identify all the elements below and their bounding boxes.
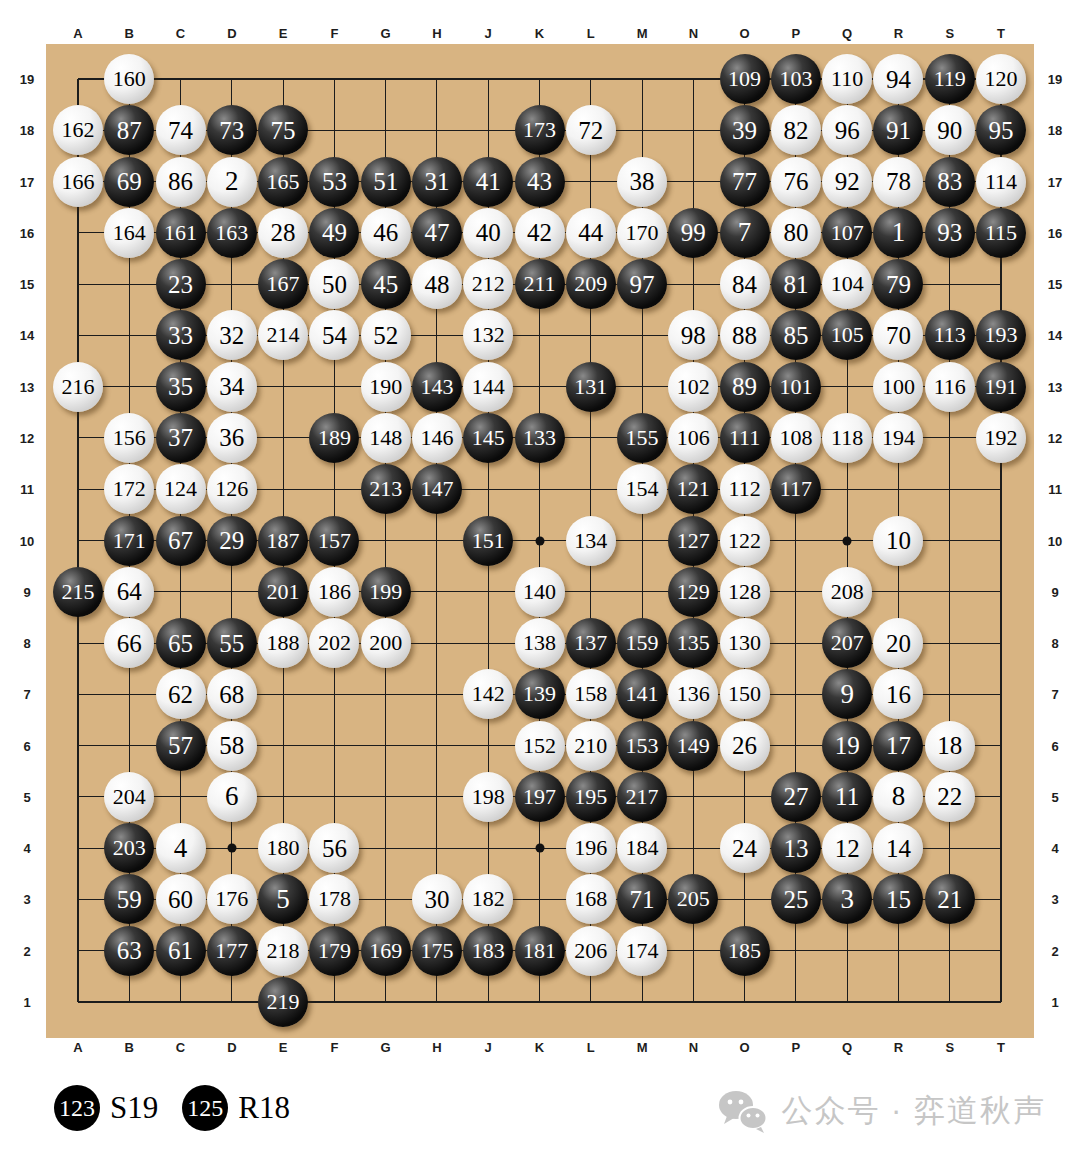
stone-white-54-F14: 54 [309, 310, 359, 360]
stone-black-101-P13: 101 [771, 362, 821, 412]
watermark: 公众号 · 弈道秋声 [717, 1089, 1046, 1133]
coord-row-3: 3 [1051, 892, 1058, 907]
stone-black-209-L15: 209 [566, 259, 616, 309]
stone-black-71-M3: 71 [617, 874, 667, 924]
coord-row-8: 8 [1051, 636, 1058, 651]
stone-white-20-R8: 20 [873, 618, 923, 668]
coord-col-N: N [689, 26, 698, 41]
coord-row-9: 9 [1051, 584, 1058, 599]
stone-white-114-T17: 114 [976, 157, 1026, 207]
stone-black-109-O19: 109 [720, 54, 770, 104]
stone-white-84-O15: 84 [720, 259, 770, 309]
star-point [843, 536, 852, 545]
stone-white-126-D11: 126 [207, 464, 257, 514]
stone-black-73-D18: 73 [207, 105, 257, 155]
coord-col-G: G [381, 1040, 391, 1055]
coord-col-M: M [637, 1040, 648, 1055]
stone-black-205-N3: 205 [668, 874, 718, 924]
go-board: 1601091031109411912016287747375173723982… [46, 44, 1034, 1038]
coord-col-T: T [997, 1040, 1005, 1055]
stone-black-49-F16: 49 [309, 208, 359, 258]
stone-black-157-F10: 157 [309, 516, 359, 566]
stone-white-218-E2: 218 [258, 926, 308, 976]
kifu-diagram: 1601091031109411912016287747375173723982… [0, 0, 1080, 1156]
stone-black-57-C6: 57 [156, 721, 206, 771]
stone-black-25-P3: 25 [771, 874, 821, 924]
stone-white-50-F15: 50 [309, 259, 359, 309]
stone-white-138-K8: 138 [515, 618, 565, 668]
coord-row-1: 1 [23, 995, 30, 1010]
stone-black-53-F17: 53 [309, 157, 359, 207]
stone-white-210-L6: 210 [566, 721, 616, 771]
stone-white-156-B12: 156 [104, 413, 154, 463]
stone-white-142-J7: 142 [463, 669, 513, 719]
stone-black-213-G11: 213 [361, 464, 411, 514]
stone-black-85-P14: 85 [771, 310, 821, 360]
coord-row-7: 7 [1051, 687, 1058, 702]
stone-black-21-S3: 21 [925, 874, 975, 924]
coord-row-14: 14 [20, 328, 34, 343]
stone-black-67-C10: 67 [156, 516, 206, 566]
stone-black-17-R6: 17 [873, 721, 923, 771]
stone-black-9-Q7: 9 [822, 669, 872, 719]
stone-white-116-S13: 116 [925, 362, 975, 412]
stone-black-191-T13: 191 [976, 362, 1026, 412]
stone-black-153-M6: 153 [617, 721, 667, 771]
coord-row-1: 1 [1051, 995, 1058, 1010]
coord-row-19: 19 [20, 72, 34, 87]
coord-col-E: E [279, 1040, 288, 1055]
stone-black-1-R16: 1 [873, 208, 923, 258]
stone-white-148-G12: 148 [361, 413, 411, 463]
stone-black-121-N11: 121 [668, 464, 718, 514]
stone-white-170-M16: 170 [617, 208, 667, 258]
stone-white-42-K16: 42 [515, 208, 565, 258]
stone-black-163-D16: 163 [207, 208, 257, 258]
stone-black-131-L13: 131 [566, 362, 616, 412]
caption-point-125: R18 [238, 1090, 290, 1126]
stone-black-63-B2: 63 [104, 926, 154, 976]
stone-white-194-R12: 194 [873, 413, 923, 463]
caption-stone-125: 125 [182, 1085, 228, 1131]
stone-white-118-Q12: 118 [822, 413, 872, 463]
stone-white-64-B9: 64 [104, 567, 154, 617]
stone-black-41-J17: 41 [463, 157, 513, 207]
stone-white-196-L4: 196 [566, 823, 616, 873]
stone-white-214-E14: 214 [258, 310, 308, 360]
stone-black-3-Q3: 3 [822, 874, 872, 924]
stone-black-51-G17: 51 [361, 157, 411, 207]
stone-black-81-P15: 81 [771, 259, 821, 309]
coord-row-15: 15 [1048, 277, 1062, 292]
coord-col-D: D [227, 26, 236, 41]
stone-black-117-P11: 117 [771, 464, 821, 514]
stone-white-98-N14: 98 [668, 310, 718, 360]
coord-col-P: P [792, 26, 801, 41]
coord-row-14: 14 [1048, 328, 1062, 343]
stone-black-159-M8: 159 [617, 618, 667, 668]
stone-white-188-E8: 188 [258, 618, 308, 668]
coord-col-N: N [689, 1040, 698, 1055]
stone-white-152-K6: 152 [515, 721, 565, 771]
stone-white-2-D17: 2 [207, 157, 257, 207]
stone-white-182-J3: 182 [463, 874, 513, 924]
stone-black-149-N6: 149 [668, 721, 718, 771]
coord-col-S: S [945, 1040, 954, 1055]
stone-black-31-H17: 31 [412, 157, 462, 207]
stone-white-132-J14: 132 [463, 310, 513, 360]
stone-white-184-M4: 184 [617, 823, 667, 873]
coord-col-C: C [176, 1040, 185, 1055]
coord-row-18: 18 [1048, 123, 1062, 138]
stone-black-215-A9: 215 [53, 567, 103, 617]
stone-white-70-R14: 70 [873, 310, 923, 360]
stone-black-187-E10: 187 [258, 516, 308, 566]
stone-white-180-E4: 180 [258, 823, 308, 873]
stone-white-40-J16: 40 [463, 208, 513, 258]
stone-white-26-O6: 26 [720, 721, 770, 771]
stone-white-74-C18: 74 [156, 105, 206, 155]
stone-white-22-S5: 22 [925, 772, 975, 822]
coord-col-E: E [279, 26, 288, 41]
stone-black-89-O13: 89 [720, 362, 770, 412]
coord-row-12: 12 [1048, 430, 1062, 445]
stone-white-44-L16: 44 [566, 208, 616, 258]
stone-white-56-F4: 56 [309, 823, 359, 873]
coord-col-K: K [535, 26, 544, 41]
stone-white-80-P16: 80 [771, 208, 821, 258]
stone-white-104-Q15: 104 [822, 259, 872, 309]
stone-white-96-Q18: 96 [822, 105, 872, 155]
stone-black-93-S16: 93 [925, 208, 975, 258]
stone-white-120-T19: 120 [976, 54, 1026, 104]
stone-black-87-B18: 87 [104, 105, 154, 155]
stone-white-136-N7: 136 [668, 669, 718, 719]
stone-black-203-B4: 203 [104, 823, 154, 873]
stone-black-185-O2: 185 [720, 926, 770, 976]
stone-white-216-A13: 216 [53, 362, 103, 412]
coord-row-17: 17 [20, 174, 34, 189]
stone-white-62-C7: 62 [156, 669, 206, 719]
star-point [535, 536, 544, 545]
coord-col-B: B [125, 1040, 134, 1055]
stone-white-212-J15: 212 [463, 259, 513, 309]
stone-black-171-B10: 171 [104, 516, 154, 566]
stone-white-90-S18: 90 [925, 105, 975, 155]
stone-black-83-S17: 83 [925, 157, 975, 207]
coord-col-O: O [740, 26, 750, 41]
coord-row-8: 8 [23, 636, 30, 651]
stone-white-12-Q4: 12 [822, 823, 872, 873]
caption-point-123: S19 [110, 1090, 158, 1126]
coord-col-L: L [587, 26, 595, 41]
coord-col-K: K [535, 1040, 544, 1055]
coord-row-6: 6 [1051, 738, 1058, 753]
stone-white-168-L3: 168 [566, 874, 616, 924]
wechat-icon [717, 1089, 769, 1133]
stone-black-105-Q14: 105 [822, 310, 872, 360]
grid-line-h [78, 1001, 1001, 1003]
stone-black-55-D8: 55 [207, 618, 257, 668]
stone-white-4-C4: 4 [156, 823, 206, 873]
stone-black-77-O17: 77 [720, 157, 770, 207]
stone-white-6-D5: 6 [207, 772, 257, 822]
stone-black-119-S19: 119 [925, 54, 975, 104]
stone-white-174-M2: 174 [617, 926, 667, 976]
stone-black-173-K18: 173 [515, 105, 565, 155]
stone-white-38-M17: 38 [617, 157, 667, 207]
stone-white-94-R19: 94 [873, 54, 923, 104]
stone-white-14-R4: 14 [873, 823, 923, 873]
stone-white-128-O9: 128 [720, 567, 770, 617]
caption-stone-123: 123 [54, 1085, 100, 1131]
stone-white-160-B19: 160 [104, 54, 154, 104]
stone-white-18-S6: 18 [925, 721, 975, 771]
stone-black-95-T18: 95 [976, 105, 1026, 155]
stone-white-34-D13: 34 [207, 362, 257, 412]
watermark-text: 公众号 · 弈道秋声 [781, 1090, 1046, 1132]
coord-row-19: 19 [1048, 72, 1062, 87]
stone-white-166-A17: 166 [53, 157, 103, 207]
stone-white-108-P12: 108 [771, 413, 821, 463]
stone-black-211-K15: 211 [515, 259, 565, 309]
stone-white-28-E16: 28 [258, 208, 308, 258]
stone-black-65-C8: 65 [156, 618, 206, 668]
coord-col-R: R [894, 1040, 903, 1055]
stone-white-102-N13: 102 [668, 362, 718, 412]
stone-white-100-R13: 100 [873, 362, 923, 412]
stone-white-200-G8: 200 [361, 618, 411, 668]
stone-black-97-M15: 97 [617, 259, 667, 309]
stone-black-165-E17: 165 [258, 157, 308, 207]
stone-black-61-C2: 61 [156, 926, 206, 976]
stone-white-46-G16: 46 [361, 208, 411, 258]
stone-white-190-G13: 190 [361, 362, 411, 412]
stone-black-59-B3: 59 [104, 874, 154, 924]
stone-black-151-J10: 151 [463, 516, 513, 566]
stone-black-195-L5: 195 [566, 772, 616, 822]
stone-white-154-M11: 154 [617, 464, 667, 514]
stone-black-219-E1: 219 [258, 977, 308, 1027]
stone-white-76-P17: 76 [771, 157, 821, 207]
coord-row-2: 2 [1051, 943, 1058, 958]
stone-black-137-L8: 137 [566, 618, 616, 668]
stone-white-176-D3: 176 [207, 874, 257, 924]
stone-black-7-O16: 7 [720, 208, 770, 258]
coord-col-F: F [330, 26, 338, 41]
stone-white-178-F3: 178 [309, 874, 359, 924]
stone-black-27-P5: 27 [771, 772, 821, 822]
stone-black-167-E15: 167 [258, 259, 308, 309]
coord-row-5: 5 [23, 789, 30, 804]
star-point [227, 844, 236, 853]
stone-black-75-E18: 75 [258, 105, 308, 155]
stone-white-58-D6: 58 [207, 721, 257, 771]
coord-row-13: 13 [20, 379, 34, 394]
coord-col-H: H [432, 26, 441, 41]
stone-white-72-L18: 72 [566, 105, 616, 155]
coord-col-B: B [125, 26, 134, 41]
stone-black-33-C14: 33 [156, 310, 206, 360]
stone-white-60-C3: 60 [156, 874, 206, 924]
stone-black-103-P19: 103 [771, 54, 821, 104]
stone-black-217-M5: 217 [617, 772, 667, 822]
coord-row-6: 6 [23, 738, 30, 753]
stone-white-68-D7: 68 [207, 669, 257, 719]
stone-black-107-Q16: 107 [822, 208, 872, 258]
coord-row-2: 2 [23, 943, 30, 958]
stone-black-181-K2: 181 [515, 926, 565, 976]
stone-black-129-N9: 129 [668, 567, 718, 617]
stone-white-162-A18: 162 [53, 105, 103, 155]
coord-col-M: M [637, 26, 648, 41]
stone-white-172-B11: 172 [104, 464, 154, 514]
stone-white-66-B8: 66 [104, 618, 154, 668]
stone-white-124-C11: 124 [156, 464, 206, 514]
coord-row-18: 18 [20, 123, 34, 138]
coord-col-H: H [432, 1040, 441, 1055]
stone-white-204-B5: 204 [104, 772, 154, 822]
coord-col-A: A [73, 26, 82, 41]
stone-black-47-H16: 47 [412, 208, 462, 258]
coord-row-3: 3 [23, 892, 30, 907]
stone-white-112-O11: 112 [720, 464, 770, 514]
stone-black-91-R18: 91 [873, 105, 923, 155]
star-point [535, 844, 544, 853]
coord-row-5: 5 [1051, 789, 1058, 804]
stone-black-155-M12: 155 [617, 413, 667, 463]
stone-black-39-O18: 39 [720, 105, 770, 155]
stone-white-92-Q17: 92 [822, 157, 872, 207]
stone-white-208-Q9: 208 [822, 567, 872, 617]
stone-black-169-G2: 169 [361, 926, 411, 976]
stone-black-179-F2: 179 [309, 926, 359, 976]
coord-row-13: 13 [1048, 379, 1062, 394]
coord-row-17: 17 [1048, 174, 1062, 189]
coord-col-J: J [485, 1040, 492, 1055]
stone-white-24-O4: 24 [720, 823, 770, 873]
coord-row-10: 10 [1048, 533, 1062, 548]
coord-col-D: D [227, 1040, 236, 1055]
stone-white-52-G14: 52 [361, 310, 411, 360]
stone-black-177-D2: 177 [207, 926, 257, 976]
coord-col-C: C [176, 26, 185, 41]
stone-white-106-N12: 106 [668, 413, 718, 463]
stone-white-110-Q19: 110 [822, 54, 872, 104]
coord-row-15: 15 [20, 277, 34, 292]
coord-row-11: 11 [1048, 482, 1062, 497]
coord-row-16: 16 [20, 225, 34, 240]
stone-black-11-Q5: 11 [822, 772, 872, 822]
stone-black-5-E3: 5 [258, 874, 308, 924]
stone-white-134-L10: 134 [566, 516, 616, 566]
stone-white-146-H12: 146 [412, 413, 462, 463]
stone-white-78-R17: 78 [873, 157, 923, 207]
coord-col-O: O [740, 1040, 750, 1055]
stone-white-206-L2: 206 [566, 926, 616, 976]
coord-row-16: 16 [1048, 225, 1062, 240]
stone-white-202-F8: 202 [309, 618, 359, 668]
coord-col-L: L [587, 1040, 595, 1055]
stone-black-147-H11: 147 [412, 464, 462, 514]
coord-row-12: 12 [20, 430, 34, 445]
coord-col-J: J [485, 26, 492, 41]
stone-black-35-C13: 35 [156, 362, 206, 412]
caption: 123 S19 125 R18 [54, 1083, 304, 1133]
coord-row-11: 11 [20, 482, 34, 497]
stone-black-99-N16: 99 [668, 208, 718, 258]
stone-black-13-P4: 13 [771, 823, 821, 873]
stone-white-192-T12: 192 [976, 413, 1026, 463]
stone-white-82-P18: 82 [771, 105, 821, 155]
stone-black-189-F12: 189 [309, 413, 359, 463]
stone-black-161-C16: 161 [156, 208, 206, 258]
stone-black-19-Q6: 19 [822, 721, 872, 771]
stone-black-193-T14: 193 [976, 310, 1026, 360]
coord-col-R: R [894, 26, 903, 41]
coord-col-G: G [381, 26, 391, 41]
stone-white-158-L7: 158 [566, 669, 616, 719]
coord-col-A: A [73, 1040, 82, 1055]
stone-black-43-K17: 43 [515, 157, 565, 207]
stone-white-186-F9: 186 [309, 567, 359, 617]
stone-white-150-O7: 150 [720, 669, 770, 719]
stone-black-127-N10: 127 [668, 516, 718, 566]
stone-black-199-G9: 199 [361, 567, 411, 617]
coord-row-9: 9 [23, 584, 30, 599]
stone-white-30-H3: 30 [412, 874, 462, 924]
stone-white-198-J5: 198 [463, 772, 513, 822]
stone-white-16-R7: 16 [873, 669, 923, 719]
stone-white-48-H15: 48 [412, 259, 462, 309]
stone-white-8-R5: 8 [873, 772, 923, 822]
coord-row-4: 4 [1051, 841, 1058, 856]
stone-black-37-C12: 37 [156, 413, 206, 463]
stone-white-86-C17: 86 [156, 157, 206, 207]
stone-white-144-J13: 144 [463, 362, 513, 412]
stone-black-201-E9: 201 [258, 567, 308, 617]
stone-black-111-O12: 111 [720, 413, 770, 463]
stone-black-139-K7: 139 [515, 669, 565, 719]
stone-black-23-C15: 23 [156, 259, 206, 309]
coord-row-4: 4 [23, 841, 30, 856]
stone-white-36-D12: 36 [207, 413, 257, 463]
stone-black-207-Q8: 207 [822, 618, 872, 668]
stone-black-141-M7: 141 [617, 669, 667, 719]
coord-col-F: F [330, 1040, 338, 1055]
stone-white-122-O10: 122 [720, 516, 770, 566]
stone-black-115-T16: 115 [976, 208, 1026, 258]
stone-black-135-N8: 135 [668, 618, 718, 668]
coord-col-S: S [945, 26, 954, 41]
stone-white-88-O14: 88 [720, 310, 770, 360]
stone-black-15-R3: 15 [873, 874, 923, 924]
coord-col-Q: Q [842, 1040, 852, 1055]
stone-black-143-H13: 143 [412, 362, 462, 412]
stone-white-130-O8: 130 [720, 618, 770, 668]
stone-black-175-H2: 175 [412, 926, 462, 976]
coord-row-7: 7 [23, 687, 30, 702]
stone-black-133-K12: 133 [515, 413, 565, 463]
stone-black-145-J12: 145 [463, 413, 513, 463]
coord-col-Q: Q [842, 26, 852, 41]
stone-black-29-D10: 29 [207, 516, 257, 566]
stone-black-69-B17: 69 [104, 157, 154, 207]
coord-col-T: T [997, 26, 1005, 41]
stone-white-32-D14: 32 [207, 310, 257, 360]
stone-white-10-R10: 10 [873, 516, 923, 566]
stone-white-164-B16: 164 [104, 208, 154, 258]
